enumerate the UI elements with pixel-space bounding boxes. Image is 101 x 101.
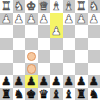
square-h4[interactable] — [0, 38, 13, 51]
piece-white-bishop: ♝ — [64, 0, 74, 13]
piece-black-pawn: ♟ — [89, 75, 99, 88]
piece-black-king: ♚ — [26, 88, 36, 101]
piece-black-bishop: ♝ — [51, 88, 61, 101]
square-f8[interactable]: ♚ — [25, 88, 38, 101]
square-h8[interactable]: ♜ — [0, 88, 13, 101]
square-a2[interactable]: ♟ — [88, 13, 101, 26]
square-h7[interactable]: ♟ — [0, 75, 13, 88]
piece-white-knight: ♞ — [14, 0, 24, 13]
piece-white-pawn: ♟ — [14, 13, 24, 26]
square-a6[interactable] — [88, 63, 101, 76]
piece-white-pawn: ♟ — [51, 25, 61, 38]
square-b1[interactable]: ♜ — [75, 0, 88, 13]
piece-black-bishop: ♝ — [64, 88, 74, 101]
piece-white-pawn: ♟ — [26, 13, 36, 26]
square-d2[interactable] — [50, 13, 63, 26]
square-b3[interactable] — [75, 25, 88, 38]
square-d4[interactable] — [50, 38, 63, 51]
square-c4[interactable] — [63, 38, 76, 51]
square-g1[interactable]: ♞ — [13, 0, 26, 13]
square-f6[interactable] — [25, 63, 38, 76]
square-f2[interactable]: ♟ — [25, 13, 38, 26]
piece-white-bishop: ♝ — [51, 0, 61, 13]
square-b4[interactable] — [75, 38, 88, 51]
square-c8[interactable]: ♝ — [63, 88, 76, 101]
piece-white-king: ♚ — [26, 0, 36, 13]
piece-white-pawn: ♟ — [1, 13, 11, 26]
square-b2[interactable]: ♟ — [75, 13, 88, 26]
square-b8[interactable]: ♜ — [75, 88, 88, 101]
square-c7[interactable]: ♟ — [63, 75, 76, 88]
piece-black-pawn: ♟ — [64, 75, 74, 88]
square-d3[interactable]: ♟ — [50, 25, 63, 38]
square-h6[interactable] — [0, 63, 13, 76]
square-e8[interactable]: ♛ — [38, 88, 51, 101]
square-a1[interactable]: ♞ — [88, 0, 101, 13]
move-hint-dot[interactable] — [27, 64, 37, 74]
square-c2[interactable]: ♟ — [63, 13, 76, 26]
square-c5[interactable] — [63, 50, 76, 63]
square-g3[interactable] — [13, 25, 26, 38]
square-a4[interactable] — [88, 38, 101, 51]
square-g7[interactable]: ♟ — [13, 75, 26, 88]
square-a3[interactable] — [88, 25, 101, 38]
piece-black-pawn: ♟ — [76, 75, 86, 88]
square-h5[interactable] — [0, 50, 13, 63]
piece-black-pawn: ♟ — [1, 75, 11, 88]
square-c3[interactable] — [63, 25, 76, 38]
square-g4[interactable] — [13, 38, 26, 51]
square-e7[interactable]: ♟ — [38, 75, 51, 88]
piece-white-pawn: ♟ — [76, 13, 86, 26]
square-h3[interactable] — [0, 25, 13, 38]
square-e2[interactable]: ♟ — [38, 13, 51, 26]
square-d7[interactable]: ♟ — [50, 75, 63, 88]
square-f7[interactable]: ♟ — [25, 75, 38, 88]
square-h2[interactable]: ♟ — [0, 13, 13, 26]
piece-black-pawn: ♟ — [39, 75, 49, 88]
piece-white-pawn: ♟ — [89, 13, 99, 26]
piece-black-pawn: ♟ — [14, 75, 24, 88]
piece-white-pawn: ♟ — [39, 13, 49, 26]
square-f3[interactable] — [25, 25, 38, 38]
square-f5[interactable] — [25, 50, 38, 63]
square-a5[interactable] — [88, 50, 101, 63]
square-c6[interactable] — [63, 63, 76, 76]
square-g2[interactable]: ♟ — [13, 13, 26, 26]
square-d1[interactable]: ♝ — [50, 0, 63, 13]
square-d8[interactable]: ♝ — [50, 88, 63, 101]
square-g5[interactable] — [13, 50, 26, 63]
square-b7[interactable]: ♟ — [75, 75, 88, 88]
chess-board: ♜♞♚♛♝♝♜♞♟♟♟♟♟♟♟♟♟♟♟♟♟♟♟♟♜♞♚♛♝♝♜♞ — [0, 0, 100, 100]
piece-white-rook: ♜ — [76, 0, 86, 13]
piece-black-rook: ♜ — [76, 88, 86, 101]
square-e1[interactable]: ♛ — [38, 0, 51, 13]
piece-white-pawn: ♟ — [64, 13, 74, 26]
square-e3[interactable] — [38, 25, 51, 38]
piece-black-rook: ♜ — [1, 88, 11, 101]
piece-black-pawn: ♟ — [51, 75, 61, 88]
square-e5[interactable] — [38, 50, 51, 63]
square-g6[interactable] — [13, 63, 26, 76]
square-f1[interactable]: ♚ — [25, 0, 38, 13]
move-hint-dot[interactable] — [27, 52, 37, 62]
piece-black-pawn: ♟ — [26, 75, 36, 88]
piece-white-knight: ♞ — [89, 0, 99, 13]
square-e4[interactable] — [38, 38, 51, 51]
piece-black-knight: ♞ — [89, 88, 99, 101]
square-h1[interactable]: ♜ — [0, 0, 13, 13]
piece-black-queen: ♛ — [39, 88, 49, 101]
square-a8[interactable]: ♞ — [88, 88, 101, 101]
square-f4[interactable] — [25, 38, 38, 51]
piece-black-knight: ♞ — [14, 88, 24, 101]
square-b6[interactable] — [75, 63, 88, 76]
square-g8[interactable]: ♞ — [13, 88, 26, 101]
square-d5[interactable] — [50, 50, 63, 63]
square-a7[interactable]: ♟ — [88, 75, 101, 88]
piece-white-queen: ♛ — [39, 0, 49, 13]
square-b5[interactable] — [75, 50, 88, 63]
square-e6[interactable] — [38, 63, 51, 76]
square-c1[interactable]: ♝ — [63, 0, 76, 13]
piece-white-rook: ♜ — [1, 0, 11, 13]
square-d6[interactable] — [50, 63, 63, 76]
